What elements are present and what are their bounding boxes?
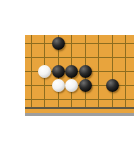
board-shadow xyxy=(25,113,134,116)
grid-horizontal-line xyxy=(25,57,134,58)
black-stone xyxy=(52,37,65,50)
white-stone xyxy=(52,79,65,92)
grid-horizontal-line xyxy=(25,43,134,44)
board-bottom-edge-line xyxy=(25,107,134,109)
white-stone xyxy=(38,65,51,78)
go-board[interactable] xyxy=(25,35,134,113)
black-stone xyxy=(79,65,92,78)
black-stone xyxy=(65,65,78,78)
page-background xyxy=(0,0,140,150)
white-stone xyxy=(65,79,78,92)
black-stone xyxy=(106,79,119,92)
black-stone xyxy=(52,65,65,78)
black-stone xyxy=(79,79,92,92)
grid-horizontal-line xyxy=(25,99,134,100)
